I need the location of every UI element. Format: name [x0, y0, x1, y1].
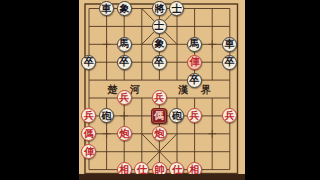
xiangqi-board[interactable]: 楚 河 漢 界 車象將士士馬象馬車卒卒卒俥卒卒兵兵兵砲傌砲兵兵傌炮炮俥相仕帥仕相	[79, 0, 245, 180]
black-soldier-f1r4[interactable]: 卒	[81, 55, 96, 70]
red-soldier-f1r7[interactable]: 兵	[81, 108, 96, 123]
red-cannon-f5r8[interactable]: 炮	[152, 126, 167, 141]
black-soldier-f7r5[interactable]: 卒	[187, 73, 202, 88]
black-cannon-f6r7[interactable]: 砲	[169, 108, 184, 123]
red-horse-f5r7[interactable]: 傌	[151, 108, 167, 124]
red-cannon-f3r8[interactable]: 炮	[117, 126, 132, 141]
black-general-f5r1[interactable]: 將	[152, 1, 167, 16]
board-bottom-edge	[79, 174, 245, 180]
red-soldier-f3r6[interactable]: 兵	[117, 90, 132, 105]
black-horse-f7r3[interactable]: 馬	[187, 37, 202, 52]
red-soldier-f9r7[interactable]: 兵	[222, 108, 237, 123]
black-cannon-f2r7[interactable]: 砲	[99, 108, 114, 123]
black-elephant-f5r3[interactable]: 象	[152, 37, 167, 52]
black-soldier-f9r4[interactable]: 卒	[222, 55, 237, 70]
red-horse-f1r8[interactable]: 傌	[81, 126, 96, 141]
black-advisor-f6r1[interactable]: 士	[169, 1, 184, 16]
piece-grid: 車象將士士馬象馬車卒卒卒俥卒卒兵兵兵砲傌砲兵兵傌炮炮俥相仕帥仕相	[80, 0, 238, 179]
red-chariot-f7r4[interactable]: 俥	[187, 55, 202, 70]
black-elephant-f3r1[interactable]: 象	[117, 1, 132, 16]
black-chariot-f2r1[interactable]: 車	[99, 1, 114, 16]
black-advisor-f5r2[interactable]: 士	[152, 19, 167, 34]
red-chariot-f1r9[interactable]: 俥	[81, 144, 96, 159]
red-soldier-f5r6[interactable]: 兵	[152, 90, 167, 105]
black-horse-f3r3[interactable]: 馬	[117, 37, 132, 52]
red-soldier-f7r7[interactable]: 兵	[187, 108, 202, 123]
black-soldier-f3r4[interactable]: 卒	[117, 55, 132, 70]
black-soldier-f5r4[interactable]: 卒	[152, 55, 167, 70]
black-chariot-f9r3[interactable]: 車	[222, 37, 237, 52]
screenshot-canvas: { "game": "xiangqi", "position": "1rb1ka…	[0, 0, 320, 180]
